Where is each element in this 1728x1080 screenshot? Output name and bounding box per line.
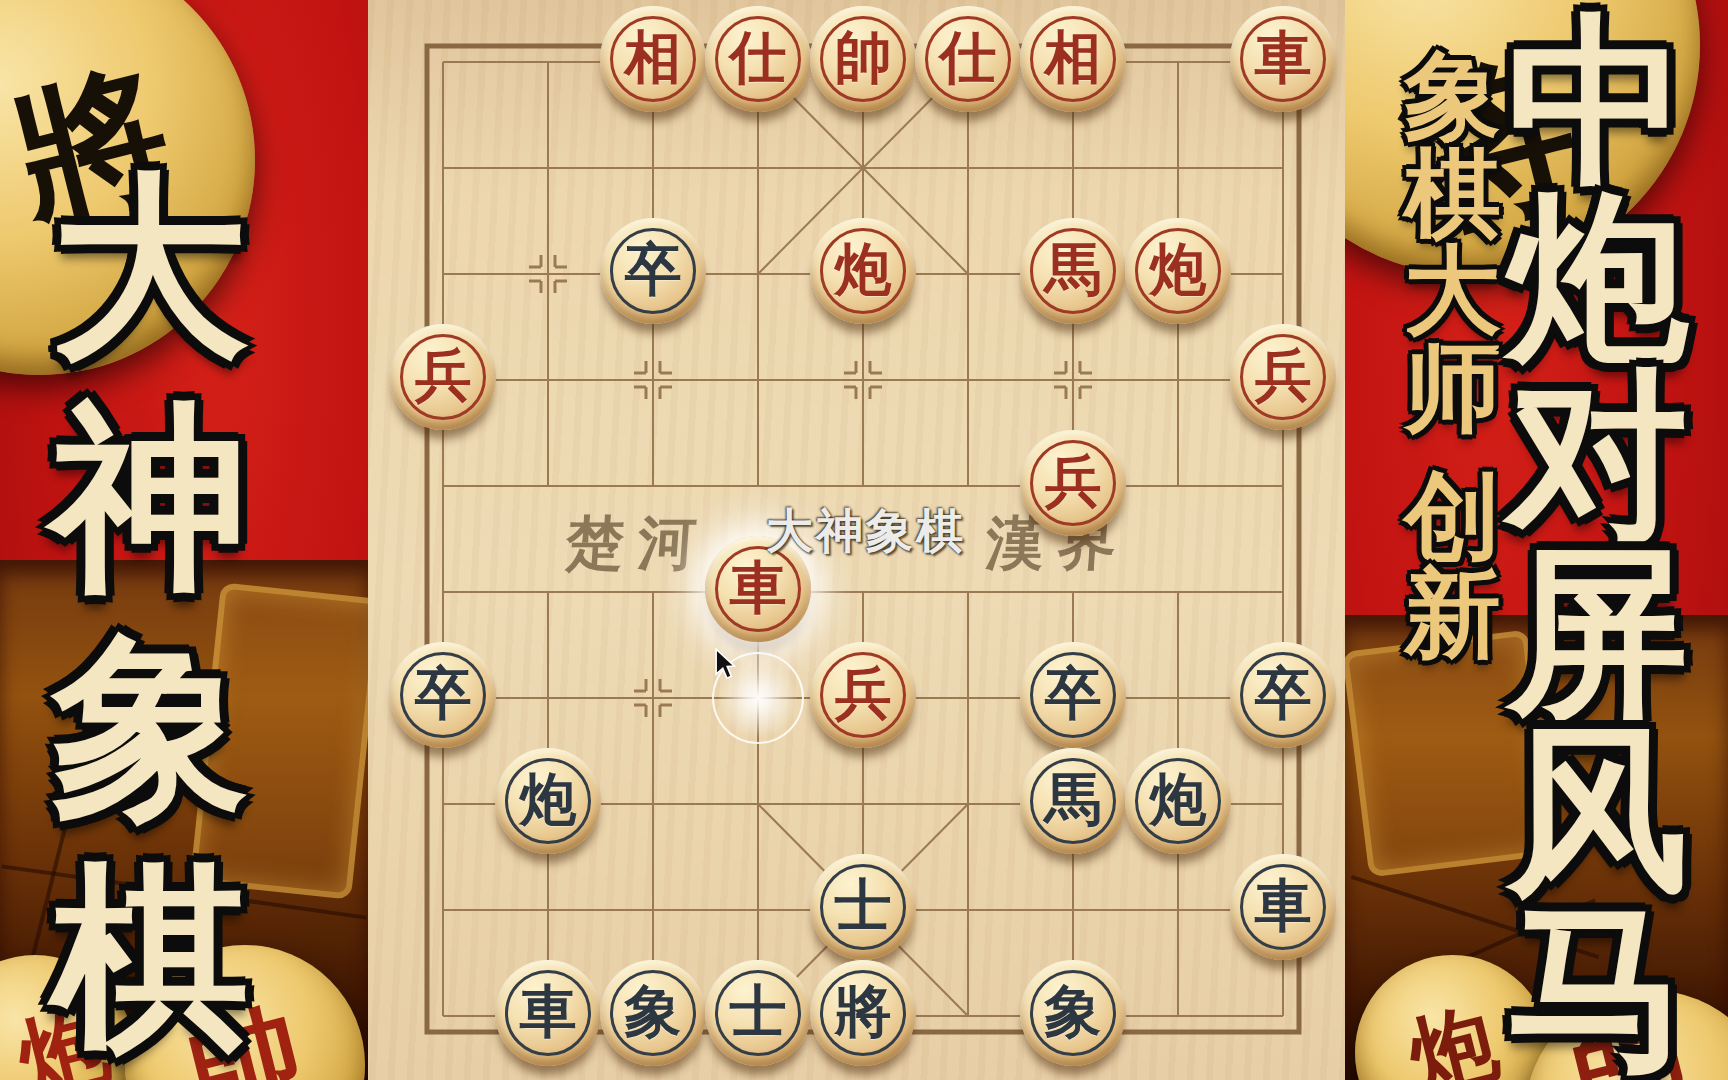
- banner-char: 炮: [1507, 189, 1689, 366]
- piece-glyph: 炮: [810, 215, 916, 321]
- piece-glyph: 卒: [600, 215, 706, 321]
- piece-glyph: 馬: [1020, 745, 1126, 851]
- right-banner-subtitle: 象棋大师: [1400, 48, 1505, 436]
- piece-red-h3[interactable]: 炮: [1125, 218, 1231, 324]
- xiangqi-app: 將 炮 帥 大神象棋 楚河 漢界 相仕帥仕相車卒炮馬炮兵兵兵車卒兵卒卒炮馬炮士車…: [0, 0, 1728, 1080]
- banner-char: 风: [1507, 722, 1689, 899]
- piece-glyph: 兵: [1230, 321, 1336, 427]
- banner-char: 中: [1507, 12, 1689, 189]
- piece-glyph: 車: [1230, 851, 1336, 957]
- piece-glyph: 士: [810, 851, 916, 957]
- banner-char: 象: [1404, 48, 1501, 145]
- mouse-cursor: [712, 648, 738, 680]
- piece-black-i7[interactable]: 卒: [1230, 642, 1336, 748]
- piece-black-d10[interactable]: 士: [705, 960, 811, 1066]
- piece-black-g10[interactable]: 象: [1020, 960, 1126, 1066]
- piece-glyph: 炮: [1125, 745, 1231, 851]
- piece-red-e7[interactable]: 兵: [810, 642, 916, 748]
- piece-black-e10[interactable]: 將: [810, 960, 916, 1066]
- piece-red-c1[interactable]: 相: [600, 6, 706, 112]
- piece-glyph: 車: [495, 957, 601, 1063]
- banner-char: 棋: [1404, 145, 1501, 242]
- piece-black-c10[interactable]: 象: [600, 960, 706, 1066]
- piece-black-e9[interactable]: 士: [810, 854, 916, 960]
- piece-glyph: 仕: [705, 3, 811, 109]
- piece-black-c3[interactable]: 卒: [600, 218, 706, 324]
- piece-red-i4[interactable]: 兵: [1230, 324, 1336, 430]
- banner-char: 大: [51, 152, 249, 382]
- piece-glyph: 卒: [390, 639, 496, 745]
- piece-red-e1[interactable]: 帥: [810, 6, 916, 112]
- piece-glyph: 象: [1020, 957, 1126, 1063]
- piece-red-f1[interactable]: 仕: [915, 6, 1021, 112]
- banner-char: 大: [1404, 242, 1501, 339]
- piece-glyph: 相: [600, 3, 706, 109]
- piece-red-g3[interactable]: 馬: [1020, 218, 1126, 324]
- piece-glyph: 車: [1230, 3, 1336, 109]
- piece-red-a4[interactable]: 兵: [390, 324, 496, 430]
- piece-black-i9[interactable]: 車: [1230, 854, 1336, 960]
- banner-char: 神: [51, 382, 249, 612]
- piece-black-b10[interactable]: 車: [495, 960, 601, 1066]
- banner-char: 棋: [51, 842, 249, 1072]
- piece-red-i1[interactable]: 車: [1230, 6, 1336, 112]
- banner-char: 师: [1404, 339, 1501, 436]
- river-label-left: 楚河: [563, 505, 712, 583]
- piece-glyph: 相: [1020, 3, 1126, 109]
- piece-glyph: 士: [705, 957, 811, 1063]
- piece-black-g7[interactable]: 卒: [1020, 642, 1126, 748]
- piece-glyph: 炮: [1125, 215, 1231, 321]
- piece-glyph: 卒: [1020, 639, 1126, 745]
- banner-char: 创: [1404, 468, 1501, 565]
- left-banner: 將 炮 帥 大神象棋: [0, 0, 368, 1080]
- piece-black-b8[interactable]: 炮: [495, 748, 601, 854]
- piece-glyph: 將: [810, 957, 916, 1063]
- right-banner-subtitle2: 创新: [1400, 468, 1505, 662]
- right-banner-title: 中炮对屏风马: [1495, 12, 1700, 1077]
- piece-glyph: 仕: [915, 3, 1021, 109]
- banner-char: 象: [51, 612, 249, 842]
- banner-char: 马: [1507, 899, 1689, 1076]
- piece-glyph: 卒: [1230, 639, 1336, 745]
- board[interactable]: 楚河 漢界 相仕帥仕相車卒炮馬炮兵兵兵車卒兵卒卒炮馬炮士車車象士將象 大神象棋: [368, 0, 1345, 1080]
- piece-red-g1[interactable]: 相: [1020, 6, 1126, 112]
- watermark: 大神象棋: [766, 500, 966, 563]
- piece-black-a7[interactable]: 卒: [390, 642, 496, 748]
- piece-glyph: 象: [600, 957, 706, 1063]
- piece-glyph: 炮: [495, 745, 601, 851]
- piece-red-e3[interactable]: 炮: [810, 218, 916, 324]
- left-banner-title: 大神象棋: [0, 152, 300, 1072]
- piece-red-g5[interactable]: 兵: [1020, 430, 1126, 536]
- piece-glyph: 兵: [1020, 427, 1126, 533]
- banner-char: 屏: [1507, 544, 1689, 721]
- piece-black-g8[interactable]: 馬: [1020, 748, 1126, 854]
- banner-char: 对: [1507, 367, 1689, 544]
- piece-glyph: 兵: [390, 321, 496, 427]
- piece-glyph: 帥: [810, 3, 916, 109]
- banner-char: 新: [1404, 565, 1501, 662]
- right-banner: 将 炮 帥 象棋大师 创新 中炮对屏风马: [1345, 0, 1728, 1080]
- piece-glyph: 馬: [1020, 215, 1126, 321]
- piece-glyph: 兵: [810, 639, 916, 745]
- piece-black-h8[interactable]: 炮: [1125, 748, 1231, 854]
- piece-red-d1[interactable]: 仕: [705, 6, 811, 112]
- deco-piece-char: 炮: [1400, 997, 1504, 1080]
